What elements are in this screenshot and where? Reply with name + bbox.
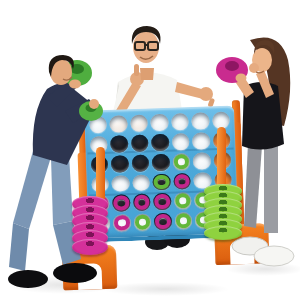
cell-r5c2 [112,194,130,211]
cell-r6c2 [113,214,131,231]
cell-r2c2 [110,135,128,152]
hole [110,115,128,132]
green-ring [175,213,191,228]
product-photo-giant-connect-four [0,0,300,300]
cell-r4c4 [153,173,171,190]
cell-r1c3 [130,114,148,131]
hole [173,172,191,189]
magenta-ring-held-hole [225,61,239,71]
cell-r1c6 [191,112,209,129]
hand-gripping [89,99,99,109]
white-sneaker-front [254,246,294,266]
green-ring [173,154,189,169]
magenta-ring [113,195,129,210]
magenta-ring [114,215,130,230]
hole [113,214,131,231]
jeans-leg-front [51,155,73,225]
grey-leggings-leg-front [264,143,278,233]
cell-r6c4 [154,213,172,230]
thumb-left [134,64,139,76]
cell-r3c5 [172,153,190,170]
hole [112,194,130,211]
green-stacked-ring [204,226,242,240]
hole [174,212,192,229]
cell-r2c5 [172,133,190,150]
hole [174,192,192,209]
cell-r5c3 [133,194,151,211]
magenta-stacked-ring [72,239,108,255]
hole [151,114,169,131]
neck [140,68,154,80]
hole [152,153,170,170]
cell-r2c3 [131,134,149,151]
hole [132,174,150,191]
hand-on-ring [69,80,81,89]
hole [112,175,130,192]
cell-r4c2 [112,175,130,192]
hole [172,153,190,170]
black-sneaker-front [53,263,97,283]
cell-r3c2 [111,155,129,172]
black-sneaker-back [8,270,48,288]
hole [151,134,169,151]
hole [131,134,149,151]
cell-r3c4 [152,153,170,170]
hole [130,114,148,131]
cell-r5c5 [174,192,192,209]
hole [110,135,128,152]
hole [111,155,129,172]
cell-r4c3 [132,174,150,191]
cell-r4c5 [173,172,191,189]
green-ring [175,193,191,208]
hole [153,193,171,210]
cell-r1c2 [110,115,128,132]
jeans-shin-back [9,223,29,271]
cell-r6c3 [134,214,152,231]
hole [172,133,190,150]
hole [134,214,152,231]
hole [133,194,151,211]
magenta-ring [174,173,190,188]
cell-r3c3 [131,154,149,171]
hole [191,112,209,129]
magenta-ring [154,194,170,209]
green-ring [154,174,170,189]
cell-r1c4 [151,114,169,131]
hole [171,113,189,130]
hand-at-mouth [249,63,259,73]
magenta-ring [155,214,171,229]
cell-r2c4 [151,134,169,151]
hole [153,173,171,190]
green-ring [135,215,151,230]
hole [154,213,172,230]
cell-r5c4 [153,193,171,210]
player-left [3,53,108,298]
cell-r1c5 [171,113,189,130]
grey-leggings-leg-back [244,143,262,228]
jeans-leg-back [13,151,51,229]
cell-r6c5 [174,212,192,229]
hand-on-ring [236,74,247,83]
hole [131,154,149,171]
magenta-ring [134,195,150,210]
